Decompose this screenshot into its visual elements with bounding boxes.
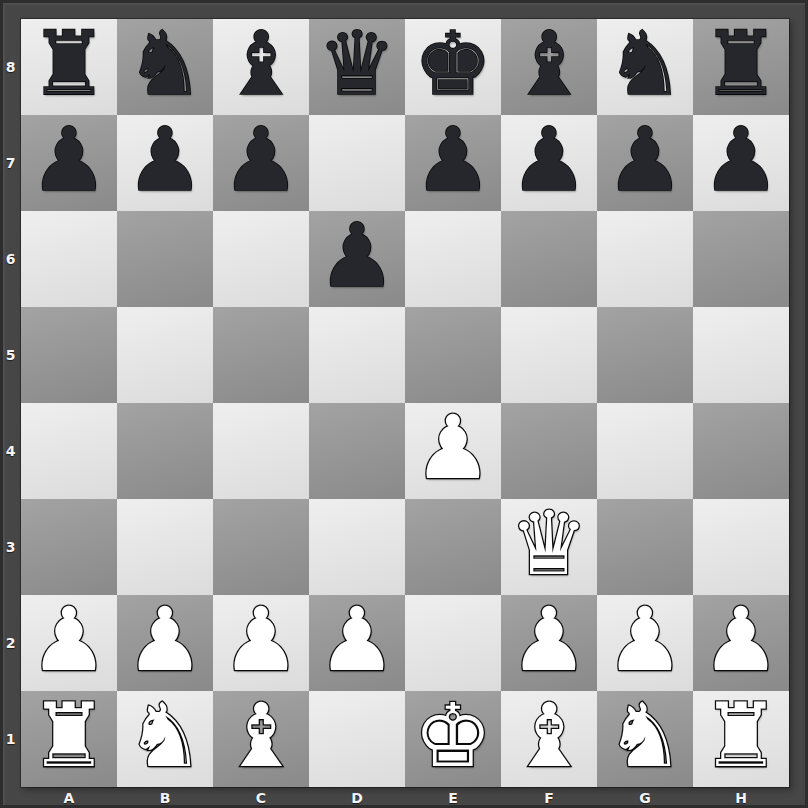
piece-white-pawn-g2[interactable]: ♟: [606, 596, 685, 684]
rank-label-5: 5: [0, 307, 21, 403]
square-e2[interactable]: [405, 595, 501, 691]
rank-label-1: 1: [0, 691, 21, 787]
square-h4[interactable]: [693, 403, 789, 499]
piece-black-pawn-e7[interactable]: ♟: [414, 116, 493, 204]
square-h1[interactable]: ♜: [693, 691, 789, 787]
square-g8[interactable]: ♞: [597, 19, 693, 115]
square-e6[interactable]: [405, 211, 501, 307]
square-a8[interactable]: ♜: [21, 19, 117, 115]
square-c5[interactable]: [213, 307, 309, 403]
square-h7[interactable]: ♟: [693, 115, 789, 211]
square-e7[interactable]: ♟: [405, 115, 501, 211]
square-d2[interactable]: ♟: [309, 595, 405, 691]
piece-white-pawn-e4[interactable]: ♟: [414, 404, 493, 492]
piece-white-knight-b1[interactable]: ♞: [126, 692, 205, 780]
square-b6[interactable]: [117, 211, 213, 307]
piece-black-pawn-a7[interactable]: ♟: [30, 116, 109, 204]
square-h2[interactable]: ♟: [693, 595, 789, 691]
square-c7[interactable]: ♟: [213, 115, 309, 211]
square-d3[interactable]: [309, 499, 405, 595]
square-e8[interactable]: ♚: [405, 19, 501, 115]
square-d7[interactable]: [309, 115, 405, 211]
file-label-b: B: [117, 787, 213, 808]
square-b2[interactable]: ♟: [117, 595, 213, 691]
piece-black-king-e8[interactable]: ♚: [414, 20, 493, 108]
file-label-g: G: [597, 787, 693, 808]
chess-board-frame: 87654321 ABCDEFGH ♜♞♝♛♚♝♞♜♟♟♟♟♟♟♟♟♟♛♟♟♟♟…: [0, 0, 808, 808]
square-c2[interactable]: ♟: [213, 595, 309, 691]
piece-black-pawn-d6[interactable]: ♟: [318, 212, 397, 300]
square-a6[interactable]: [21, 211, 117, 307]
square-g6[interactable]: [597, 211, 693, 307]
piece-black-knight-b8[interactable]: ♞: [126, 20, 205, 108]
piece-white-pawn-d2[interactable]: ♟: [318, 596, 397, 684]
piece-white-pawn-a2[interactable]: ♟: [30, 596, 109, 684]
piece-black-rook-h8[interactable]: ♜: [702, 20, 781, 108]
piece-white-king-e1[interactable]: ♚: [414, 692, 493, 780]
square-c4[interactable]: [213, 403, 309, 499]
rank-label-3: 3: [0, 499, 21, 595]
square-e4[interactable]: ♟: [405, 403, 501, 499]
piece-black-pawn-b7[interactable]: ♟: [126, 116, 205, 204]
square-d5[interactable]: [309, 307, 405, 403]
square-f5[interactable]: [501, 307, 597, 403]
file-label-e: E: [405, 787, 501, 808]
piece-white-pawn-f2[interactable]: ♟: [510, 596, 589, 684]
square-a1[interactable]: ♜: [21, 691, 117, 787]
square-d4[interactable]: [309, 403, 405, 499]
piece-black-queen-d8[interactable]: ♛: [318, 20, 397, 108]
piece-white-queen-f3[interactable]: ♛: [510, 500, 589, 588]
square-f7[interactable]: ♟: [501, 115, 597, 211]
file-label-a: A: [21, 787, 117, 808]
square-g2[interactable]: ♟: [597, 595, 693, 691]
square-c1[interactable]: ♝: [213, 691, 309, 787]
rank-label-4: 4: [0, 403, 21, 499]
square-d8[interactable]: ♛: [309, 19, 405, 115]
square-g4[interactable]: [597, 403, 693, 499]
square-g1[interactable]: ♞: [597, 691, 693, 787]
square-c8[interactable]: ♝: [213, 19, 309, 115]
piece-black-rook-a8[interactable]: ♜: [30, 20, 109, 108]
piece-white-rook-h1[interactable]: ♜: [702, 692, 781, 780]
square-b1[interactable]: ♞: [117, 691, 213, 787]
square-d6[interactable]: ♟: [309, 211, 405, 307]
square-f4[interactable]: [501, 403, 597, 499]
square-b5[interactable]: [117, 307, 213, 403]
file-label-h: H: [693, 787, 789, 808]
square-g3[interactable]: [597, 499, 693, 595]
square-f6[interactable]: [501, 211, 597, 307]
square-h3[interactable]: [693, 499, 789, 595]
square-a3[interactable]: [21, 499, 117, 595]
piece-black-bishop-f8[interactable]: ♝: [510, 20, 589, 108]
piece-white-pawn-c2[interactable]: ♟: [222, 596, 301, 684]
square-h5[interactable]: [693, 307, 789, 403]
piece-white-bishop-c1[interactable]: ♝: [222, 692, 301, 780]
square-b4[interactable]: [117, 403, 213, 499]
square-h8[interactable]: ♜: [693, 19, 789, 115]
square-a4[interactable]: [21, 403, 117, 499]
square-g7[interactable]: ♟: [597, 115, 693, 211]
square-a2[interactable]: ♟: [21, 595, 117, 691]
square-c3[interactable]: [213, 499, 309, 595]
square-c6[interactable]: [213, 211, 309, 307]
square-e5[interactable]: [405, 307, 501, 403]
piece-white-knight-g1[interactable]: ♞: [606, 692, 685, 780]
square-b7[interactable]: ♟: [117, 115, 213, 211]
piece-black-pawn-f7[interactable]: ♟: [510, 116, 589, 204]
square-g5[interactable]: [597, 307, 693, 403]
square-h6[interactable]: [693, 211, 789, 307]
square-f2[interactable]: ♟: [501, 595, 597, 691]
piece-white-pawn-h2[interactable]: ♟: [702, 596, 781, 684]
square-e3[interactable]: [405, 499, 501, 595]
file-label-c: C: [213, 787, 309, 808]
file-label-f: F: [501, 787, 597, 808]
square-b8[interactable]: ♞: [117, 19, 213, 115]
file-labels: ABCDEFGH: [21, 787, 789, 808]
piece-white-rook-a1[interactable]: ♜: [30, 692, 109, 780]
square-a5[interactable]: [21, 307, 117, 403]
rank-label-2: 2: [0, 595, 21, 691]
piece-white-bishop-f1[interactable]: ♝: [510, 692, 589, 780]
square-f3[interactable]: ♛: [501, 499, 597, 595]
piece-black-bishop-c8[interactable]: ♝: [222, 20, 301, 108]
square-b3[interactable]: [117, 499, 213, 595]
chess-board[interactable]: ♜♞♝♛♚♝♞♜♟♟♟♟♟♟♟♟♟♛♟♟♟♟♟♟♟♜♞♝♚♝♞♜: [21, 19, 789, 787]
file-label-d: D: [309, 787, 405, 808]
square-f8[interactable]: ♝: [501, 19, 597, 115]
square-e1[interactable]: ♚: [405, 691, 501, 787]
piece-black-knight-g8[interactable]: ♞: [606, 20, 685, 108]
piece-white-pawn-b2[interactable]: ♟: [126, 596, 205, 684]
rank-labels: 87654321: [0, 19, 21, 787]
piece-black-pawn-c7[interactable]: ♟: [222, 116, 301, 204]
square-d1[interactable]: [309, 691, 405, 787]
rank-label-6: 6: [0, 211, 21, 307]
piece-black-pawn-g7[interactable]: ♟: [606, 116, 685, 204]
piece-black-pawn-h7[interactable]: ♟: [702, 116, 781, 204]
rank-label-8: 8: [0, 19, 21, 115]
rank-label-7: 7: [0, 115, 21, 211]
square-f1[interactable]: ♝: [501, 691, 597, 787]
square-a7[interactable]: ♟: [21, 115, 117, 211]
